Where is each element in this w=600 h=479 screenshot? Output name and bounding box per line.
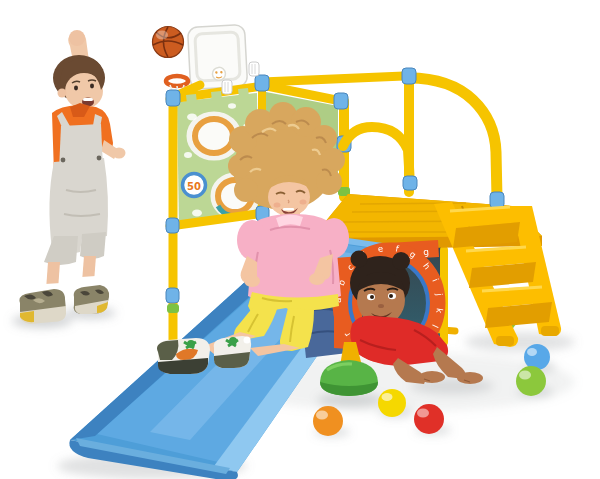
boy-overall-button-left: [61, 158, 66, 163]
toddler-hair-puff-right: [392, 252, 410, 270]
basketball-body: [153, 27, 184, 58]
basketball: [153, 27, 184, 58]
boy-eye-left: [74, 86, 78, 91]
tube-top-right-rail: [262, 76, 404, 82]
girl-cheek-right: [300, 200, 307, 205]
boy-overall-leg-right: [80, 232, 106, 259]
backboard-emblem: [212, 67, 226, 81]
boy-overall-button-right: [97, 156, 102, 161]
girl-shoe-left: [157, 338, 210, 374]
boy-ear: [58, 89, 67, 98]
badge-number: 50: [187, 181, 201, 192]
girl-hand-left: [244, 275, 260, 287]
girl-sleeve-left: [237, 220, 267, 260]
ball-green: [516, 366, 546, 396]
product-photo: 50: [0, 0, 600, 479]
boy-shoe-left: [19, 289, 66, 324]
ball-red: [414, 404, 444, 434]
toddler-hair-puff-left: [351, 251, 368, 268]
boy-shoe-right: [74, 285, 109, 314]
girl-teeth: [283, 208, 294, 211]
boy-eye-right: [90, 84, 94, 89]
toddler-pupil-left: [370, 295, 374, 299]
basketball-highlight: [156, 31, 168, 40]
green-sleeve-left: [167, 304, 179, 313]
ball-blue: [524, 344, 550, 370]
girl-sleeve-right: [319, 218, 349, 258]
girl-hand-right: [309, 273, 325, 285]
boy-left-hand: [113, 148, 126, 159]
ball-orange: [313, 406, 343, 436]
boy-teeth: [83, 98, 93, 101]
boy-fist: [69, 30, 85, 46]
ladder-foot-left: [496, 336, 514, 346]
girl-cheek-left: [274, 203, 281, 208]
toddler-hand-right: [457, 372, 483, 384]
toddler-pupil-right: [389, 294, 393, 298]
toddler-hand-left: [419, 371, 445, 383]
toddler-nose: [378, 304, 384, 308]
ladder-foot-right: [541, 326, 559, 336]
ball-yellow: [378, 389, 406, 417]
score-badge-50: 50: [183, 174, 206, 197]
scene-canvas: 50: [0, 0, 600, 479]
girl-shoe-right: [214, 336, 251, 368]
